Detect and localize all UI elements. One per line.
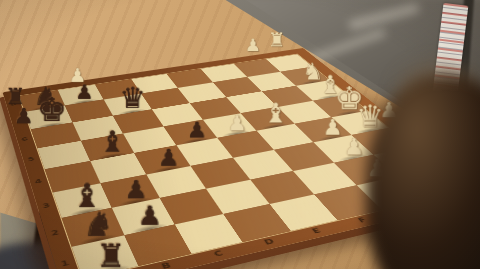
black-king: ♚ (37, 93, 67, 126)
scene: ♞♟♚♛♞♝♝♟♟♝♚♟♟♛♝♟♟♞♟♟♞♜♟♜ ♜♟♟♟♜♟87654321A… (0, 0, 480, 269)
white-pawn: ♟ (227, 113, 247, 135)
black-queen: ♛ (119, 84, 146, 113)
black-pawn: ♟ (187, 120, 207, 142)
white-bishop: ♝ (263, 100, 288, 127)
white-pawn: ♟ (323, 117, 343, 139)
black-pawn: ♟ (124, 178, 147, 203)
black-pawn: ♟ (14, 106, 34, 127)
white-rook: ♜ (267, 30, 285, 49)
black-pawn: ♟ (75, 83, 93, 103)
black-bishop: ♝ (99, 128, 126, 157)
black-pawn: ♟ (138, 203, 163, 230)
white-pawn: ♟ (245, 37, 261, 54)
black-rook: ♜ (96, 240, 126, 269)
white-pawn: ♟ (343, 136, 364, 159)
black-pawn: ♟ (158, 147, 180, 170)
